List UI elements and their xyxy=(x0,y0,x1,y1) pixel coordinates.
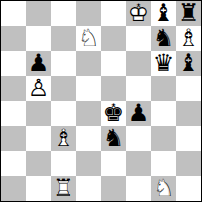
square-e7[interactable] xyxy=(101,26,126,51)
square-h6[interactable]: ♝ xyxy=(176,51,201,76)
square-d7[interactable]: ♞♘ xyxy=(76,26,101,51)
square-d2[interactable] xyxy=(76,151,101,176)
square-b6[interactable]: ♟ xyxy=(26,51,51,76)
square-e4[interactable]: ♚ xyxy=(101,101,126,126)
square-c4[interactable] xyxy=(51,101,76,126)
square-h4[interactable] xyxy=(176,101,201,126)
white-pawn-icon: ♙ xyxy=(26,76,51,101)
black-knight-icon: ♞ xyxy=(101,126,126,151)
square-h8[interactable]: ♜ xyxy=(176,1,201,26)
square-f1[interactable] xyxy=(126,176,151,201)
square-h1[interactable] xyxy=(176,176,201,201)
square-a1[interactable] xyxy=(1,176,26,201)
square-a6[interactable] xyxy=(1,51,26,76)
white-king-icon: ♔ xyxy=(126,1,151,26)
square-d8[interactable] xyxy=(76,1,101,26)
square-c7[interactable] xyxy=(51,26,76,51)
white-knight-icon: ♘ xyxy=(76,26,101,51)
square-f8[interactable]: ♚♔ xyxy=(126,1,151,26)
black-pawn-icon: ♟ xyxy=(26,51,51,76)
square-c2[interactable] xyxy=(51,151,76,176)
square-e2[interactable] xyxy=(101,151,126,176)
white-bishop-icon: ♗ xyxy=(51,126,76,151)
square-h7[interactable]: ♝♗ xyxy=(176,26,201,51)
square-g7[interactable]: ♞ xyxy=(151,26,176,51)
black-bishop-icon: ♝ xyxy=(176,51,201,76)
square-a7[interactable] xyxy=(1,26,26,51)
square-g1[interactable]: ♞♘ xyxy=(151,176,176,201)
square-d5[interactable] xyxy=(76,76,101,101)
square-g5[interactable] xyxy=(151,76,176,101)
square-f7[interactable] xyxy=(126,26,151,51)
square-g6[interactable]: ♛ xyxy=(151,51,176,76)
square-d1[interactable] xyxy=(76,176,101,201)
square-a8[interactable] xyxy=(1,1,26,26)
square-h5[interactable] xyxy=(176,76,201,101)
square-e5[interactable] xyxy=(101,76,126,101)
black-rook-icon: ♜ xyxy=(176,1,201,26)
square-b5[interactable]: ♟♙ xyxy=(26,76,51,101)
square-b8[interactable] xyxy=(26,1,51,26)
square-g4[interactable] xyxy=(151,101,176,126)
square-c3[interactable]: ♝♗ xyxy=(51,126,76,151)
square-f4[interactable]: ♟ xyxy=(126,101,151,126)
black-knight-icon: ♞ xyxy=(151,26,176,51)
square-c6[interactable] xyxy=(51,51,76,76)
square-b2[interactable] xyxy=(26,151,51,176)
square-f6[interactable] xyxy=(126,51,151,76)
square-b7[interactable] xyxy=(26,26,51,51)
white-knight-icon: ♘ xyxy=(151,176,176,201)
square-g8[interactable]: ♝ xyxy=(151,1,176,26)
square-e8[interactable] xyxy=(101,1,126,26)
black-queen-icon: ♛ xyxy=(151,51,176,76)
black-king-icon: ♚ xyxy=(101,101,126,126)
square-a2[interactable] xyxy=(1,151,26,176)
square-a4[interactable] xyxy=(1,101,26,126)
square-d3[interactable] xyxy=(76,126,101,151)
square-a5[interactable] xyxy=(1,76,26,101)
white-rook-icon: ♖ xyxy=(51,176,76,201)
square-e3[interactable]: ♞ xyxy=(101,126,126,151)
square-e1[interactable] xyxy=(101,176,126,201)
square-b4[interactable] xyxy=(26,101,51,126)
square-g2[interactable] xyxy=(151,151,176,176)
square-d4[interactable] xyxy=(76,101,101,126)
square-c1[interactable]: ♜♖ xyxy=(51,176,76,201)
square-f2[interactable] xyxy=(126,151,151,176)
square-b1[interactable] xyxy=(26,176,51,201)
square-g3[interactable] xyxy=(151,126,176,151)
square-h3[interactable] xyxy=(176,126,201,151)
square-d6[interactable] xyxy=(76,51,101,76)
white-bishop-icon: ♗ xyxy=(176,26,201,51)
square-f5[interactable] xyxy=(126,76,151,101)
square-c8[interactable] xyxy=(51,1,76,26)
square-f3[interactable] xyxy=(126,126,151,151)
black-bishop-icon: ♝ xyxy=(151,1,176,26)
chess-board: ♚♔♝♜♞♘♞♝♗♟♛♝♟♙♚♟♝♗♞♜♖♞♘ xyxy=(0,0,202,202)
square-b3[interactable] xyxy=(26,126,51,151)
square-a3[interactable] xyxy=(1,126,26,151)
square-e6[interactable] xyxy=(101,51,126,76)
square-h2[interactable] xyxy=(176,151,201,176)
black-pawn-icon: ♟ xyxy=(126,101,151,126)
square-c5[interactable] xyxy=(51,76,76,101)
